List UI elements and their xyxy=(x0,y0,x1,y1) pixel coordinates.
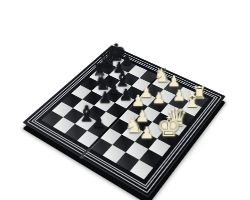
piece-white-king: ♚ xyxy=(156,113,181,141)
piece-white-pawn: ♟ xyxy=(139,126,154,143)
piece-black-pawn: ♟ xyxy=(91,115,106,131)
product-photo-scene: ♚♛♜♟♟♞♝♟♟♝♟♟♞♟♟♟♟♟♞♟♟♜♝♛♚ xyxy=(0,0,250,200)
